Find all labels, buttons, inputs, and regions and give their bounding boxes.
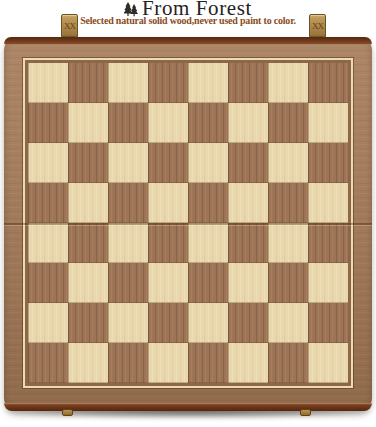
square-g4 [268,223,308,263]
brass-foot-right [300,409,311,416]
square-g6 [268,143,308,183]
square-c8 [108,63,148,103]
square-f5 [228,183,268,223]
square-g2 [268,303,308,343]
square-f1 [228,343,268,383]
board-top-edge [4,37,372,44]
square-c4 [108,223,148,263]
square-b2 [68,303,108,343]
square-f7 [228,103,268,143]
square-b8 [68,63,108,103]
square-e3 [188,263,228,303]
square-h5 [308,183,348,223]
square-d1 [148,343,188,383]
square-g7 [268,103,308,143]
brass-hinge-right: XX [309,14,326,38]
square-c1 [108,343,148,383]
square-e8 [188,63,228,103]
square-a2 [28,303,68,343]
square-e6 [188,143,228,183]
square-d5 [148,183,188,223]
square-c3 [108,263,148,303]
square-f4 [228,223,268,263]
brass-hinge-left: XX [61,14,78,38]
square-a4 [28,223,68,263]
square-f3 [228,263,268,303]
square-c7 [108,103,148,143]
square-e2 [188,303,228,343]
square-b3 [68,263,108,303]
square-e5 [188,183,228,223]
square-f6 [228,143,268,183]
square-f2 [228,303,268,343]
square-e4 [188,223,228,263]
square-a1 [28,343,68,383]
square-f8 [228,63,268,103]
square-b7 [68,103,108,143]
product-photo-stage: From Forest Selected natural solid wood,… [0,0,376,427]
square-h2 [308,303,348,343]
square-b5 [68,183,108,223]
hinge-engraving: XX [312,21,323,31]
square-b6 [68,143,108,183]
square-g8 [268,63,308,103]
square-d7 [148,103,188,143]
square-a7 [28,103,68,143]
square-h7 [308,103,348,143]
square-c2 [108,303,148,343]
square-c6 [108,143,148,183]
square-a3 [28,263,68,303]
square-h1 [308,343,348,383]
chess-board [4,37,372,411]
square-h8 [308,63,348,103]
square-g5 [268,183,308,223]
hinge-engraving: XX [64,21,75,31]
square-a5 [28,183,68,223]
brass-foot-left [62,409,73,416]
chess-board-grid [28,63,348,383]
square-h3 [308,263,348,303]
square-g3 [268,263,308,303]
square-e7 [188,103,228,143]
square-a8 [28,63,68,103]
square-h6 [308,143,348,183]
square-d3 [148,263,188,303]
board-bottom-edge [4,403,372,411]
square-d4 [148,223,188,263]
square-d2 [148,303,188,343]
square-b1 [68,343,108,383]
square-c5 [108,183,148,223]
square-h4 [308,223,348,263]
square-a6 [28,143,68,183]
square-e1 [188,343,228,383]
square-d8 [148,63,188,103]
square-b4 [68,223,108,263]
square-d6 [148,143,188,183]
square-g1 [268,343,308,383]
